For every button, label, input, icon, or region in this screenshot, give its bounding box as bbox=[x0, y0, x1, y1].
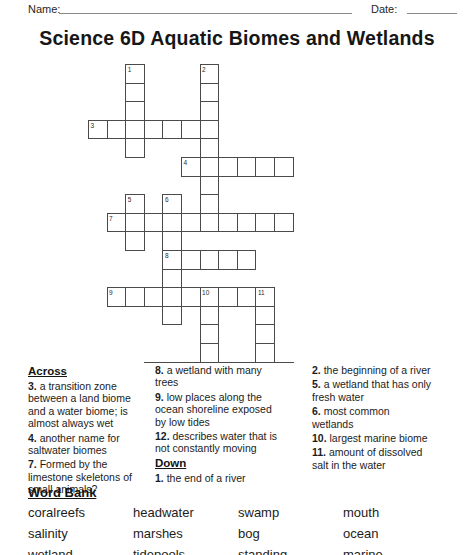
grid-cell[interactable]: 5 bbox=[125, 194, 145, 214]
grid-cell[interactable] bbox=[200, 120, 220, 140]
date-blank-line[interactable] bbox=[407, 13, 457, 14]
word-bank-word: salinity bbox=[28, 526, 133, 541]
grid-cell[interactable]: 2 bbox=[200, 64, 220, 84]
clipped-row-top-border bbox=[144, 362, 294, 363]
grid-cell[interactable] bbox=[200, 157, 220, 177]
grid-cell[interactable] bbox=[218, 213, 238, 233]
grid-cell[interactable] bbox=[218, 157, 238, 177]
grid-cell[interactable]: 8 bbox=[162, 250, 182, 270]
grid-cell[interactable] bbox=[200, 250, 220, 270]
grid-cell[interactable] bbox=[162, 306, 182, 326]
grid-cell[interactable] bbox=[181, 120, 201, 140]
grid-cell[interactable] bbox=[200, 324, 220, 344]
word-bank-word: marshes bbox=[133, 526, 238, 541]
grid-cell[interactable]: 11 bbox=[255, 287, 275, 307]
grid-cell[interactable] bbox=[255, 324, 275, 344]
grid-cell[interactable] bbox=[200, 213, 220, 233]
clue-number: 6. bbox=[312, 405, 324, 417]
clue: 2. the beginning of a river bbox=[312, 364, 432, 376]
grid-cell-number: 7 bbox=[108, 214, 126, 222]
clue-number: 2. bbox=[312, 364, 324, 376]
word-bank-word: coralreefs bbox=[28, 505, 133, 520]
word-bank-word: bog bbox=[238, 526, 343, 541]
grid-cell[interactable]: 1 bbox=[125, 64, 145, 84]
clue: 1. the end of a river bbox=[155, 472, 277, 484]
word-bank-row: salinitymarshesbogocean bbox=[28, 524, 458, 545]
grid-cell-number: 2 bbox=[201, 65, 219, 73]
grid-cell[interactable] bbox=[200, 306, 220, 326]
grid-cell[interactable]: 10 bbox=[200, 287, 220, 307]
word-bank-word: mouth bbox=[343, 505, 448, 520]
word-bank-header: Word Bank bbox=[28, 485, 458, 500]
clue: 8. a wetland with many trees bbox=[155, 364, 277, 389]
grid-cell[interactable] bbox=[162, 213, 182, 233]
grid-cell-number: 8 bbox=[163, 251, 181, 259]
clue: 5. a wetland that has only fresh water bbox=[312, 378, 432, 403]
clue: 6. most common wetlands bbox=[312, 405, 432, 430]
word-bank-word: wetland bbox=[28, 547, 133, 555]
grid-cell[interactable] bbox=[200, 138, 220, 158]
grid-cell[interactable] bbox=[144, 213, 164, 233]
clue: 9. low places along the ocean shoreline … bbox=[155, 391, 277, 428]
page-title: Science 6D Aquatic Biomes and Wetlands bbox=[0, 27, 474, 50]
clue: 4. another name for saltwater biomes bbox=[28, 432, 140, 457]
grid-cell[interactable] bbox=[181, 213, 201, 233]
clue-column-across: Across3. a transition zone between a lan… bbox=[28, 364, 140, 498]
clue-number: 12. bbox=[155, 430, 173, 442]
grid-cell-number: 9 bbox=[108, 288, 126, 296]
name-label: Name: bbox=[28, 3, 60, 15]
grid-cell[interactable] bbox=[162, 287, 182, 307]
grid-cell-number: 3 bbox=[89, 121, 107, 129]
grid-cell[interactable] bbox=[218, 250, 238, 270]
clue-number: 8. bbox=[155, 364, 167, 376]
name-blank-line[interactable] bbox=[59, 13, 352, 14]
grid-cell[interactable]: 4 bbox=[181, 157, 201, 177]
word-bank-row: wetlandtidepoolsstandingmarine bbox=[28, 545, 458, 555]
grid-cell[interactable] bbox=[255, 213, 275, 233]
grid-cell[interactable] bbox=[125, 231, 145, 251]
clue: 12. describes water that is not constant… bbox=[155, 430, 277, 455]
grid-cell[interactable] bbox=[200, 343, 220, 363]
crossword-grid: 1234568791011 bbox=[88, 64, 294, 364]
grid-cell[interactable] bbox=[237, 287, 257, 307]
grid-cell[interactable] bbox=[255, 343, 275, 363]
clue-number: 3. bbox=[28, 380, 40, 392]
grid-cell-number: 6 bbox=[163, 195, 181, 203]
grid-cell[interactable] bbox=[200, 194, 220, 214]
grid-cell-number: 5 bbox=[126, 195, 144, 203]
clue-number: 1. bbox=[155, 472, 167, 484]
grid-cell[interactable] bbox=[125, 120, 145, 140]
grid-cell[interactable] bbox=[144, 120, 164, 140]
clue: 10. largest marine biome bbox=[312, 432, 432, 444]
grid-cell[interactable]: 7 bbox=[107, 213, 127, 233]
grid-cell[interactable] bbox=[274, 157, 294, 177]
word-bank-row: coralreefsheadwaterswampmouth bbox=[28, 503, 458, 524]
grid-cell[interactable] bbox=[125, 101, 145, 121]
grid-cell[interactable] bbox=[181, 250, 201, 270]
clue-column-middle: 8. a wetland with many trees9. low place… bbox=[155, 364, 277, 486]
grid-cell[interactable]: 9 bbox=[107, 287, 127, 307]
grid-cell[interactable] bbox=[200, 83, 220, 103]
grid-cell[interactable] bbox=[255, 157, 275, 177]
word-bank-word: tidepools bbox=[133, 547, 238, 555]
clue-number: 5. bbox=[312, 378, 324, 390]
grid-cell-number: 4 bbox=[182, 158, 200, 166]
clue-number: 9. bbox=[155, 391, 167, 403]
grid-cell[interactable] bbox=[200, 176, 220, 196]
grid-cell[interactable] bbox=[162, 269, 182, 289]
grid-cell-number: 10 bbox=[201, 288, 219, 296]
clue: 11. amount of dissolved salt in the wate… bbox=[312, 446, 432, 471]
clue: 3. a transition zone between a land biom… bbox=[28, 380, 140, 430]
word-bank-word: swamp bbox=[238, 505, 343, 520]
word-bank: Word Bank coralreefsheadwaterswampmouths… bbox=[28, 485, 458, 555]
grid-cell[interactable]: 3 bbox=[88, 120, 108, 140]
clue-column-down: 2. the beginning of a river5. a wetland … bbox=[312, 364, 432, 473]
word-bank-word: ocean bbox=[343, 526, 448, 541]
grid-cell[interactable] bbox=[200, 101, 220, 121]
grid-cell[interactable] bbox=[125, 287, 145, 307]
grid-cell[interactable] bbox=[237, 213, 257, 233]
grid-cell[interactable] bbox=[125, 213, 145, 233]
grid-cell[interactable] bbox=[162, 231, 182, 251]
grid-cell[interactable] bbox=[125, 138, 145, 158]
grid-cell[interactable] bbox=[274, 213, 294, 233]
word-bank-word: standing bbox=[238, 547, 343, 555]
clue-number: 4. bbox=[28, 432, 40, 444]
grid-cell[interactable] bbox=[255, 306, 275, 326]
grid-cell-number: 1 bbox=[126, 65, 144, 73]
grid-cell[interactable] bbox=[125, 83, 145, 103]
clue-number: 7. bbox=[28, 458, 40, 470]
grid-cell[interactable] bbox=[218, 287, 238, 307]
date-label: Date: bbox=[371, 3, 397, 15]
clue-number: 11. bbox=[312, 446, 329, 458]
grid-cell[interactable] bbox=[237, 157, 257, 177]
across-header: Across bbox=[28, 365, 140, 377]
grid-cell[interactable] bbox=[181, 287, 201, 307]
grid-cell[interactable] bbox=[144, 287, 164, 307]
down-header: Down bbox=[155, 457, 277, 469]
grid-cell[interactable] bbox=[107, 120, 127, 140]
grid-cell[interactable] bbox=[162, 120, 182, 140]
grid-cell[interactable]: 6 bbox=[162, 194, 182, 214]
grid-cell-number: 11 bbox=[256, 288, 274, 296]
grid-cell[interactable] bbox=[237, 250, 257, 270]
word-bank-word: headwater bbox=[133, 505, 238, 520]
clue-number: 10. bbox=[312, 432, 330, 444]
word-bank-word: marine bbox=[343, 547, 448, 555]
